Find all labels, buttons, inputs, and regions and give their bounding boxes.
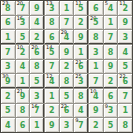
cell-digit: 3 [20,19,26,27]
cell-digit: 6 [93,4,99,12]
cell-digit: 4 [78,107,84,115]
cell-r1c1[interactable]: 238 [1,1,15,15]
cell-r9c8[interactable]: 5 [104,118,118,132]
cell-r1c5[interactable]: 1 [60,1,74,15]
cell-r6c2[interactable]: 1 [16,74,30,88]
cell-r3c9[interactable]: 3 [118,30,132,44]
cell-digit: 5 [122,63,128,71]
cell-r3c4[interactable]: 6 [45,30,59,44]
cell-digit: 8 [108,48,114,56]
cell-digit: 9 [122,19,128,27]
cell-digit: 7 [64,19,70,27]
cell-r7c3[interactable]: 3 [30,89,44,103]
cell-r9c3[interactable]: 1 [30,118,44,132]
cell-r3c5[interactable]: 294 [60,30,74,44]
cell-r6c7[interactable]: 7 [89,74,103,88]
cell-digit: 2 [34,33,40,41]
cell-r9c6[interactable]: 97 [74,118,88,132]
cell-r1c8[interactable]: 54 [104,1,118,15]
cell-digit: 1 [64,4,70,12]
cell-r4c6[interactable]: 1 [74,45,88,59]
cell-r8c5[interactable]: 226 [60,104,74,118]
cell-digit: 4 [34,19,40,27]
cell-digit: 5 [78,4,84,12]
cell-digit: 7 [49,63,55,71]
cell-r9c5[interactable]: 3 [60,118,74,132]
cell-r3c2[interactable]: 5 [16,30,30,44]
cell-digit: 5 [5,107,11,115]
cell-digit: 4 [20,63,26,71]
cell-digit: 7 [93,77,99,85]
cell-r6c9[interactable]: 226 [118,74,132,88]
cell-r5c9[interactable]: 5 [118,60,132,74]
cell-r8c1[interactable]: 5 [1,104,15,118]
cell-r4c3[interactable]: 206 [30,45,44,59]
cell-r6c6[interactable]: 253 [74,74,88,88]
cell-digit: 7 [5,48,11,56]
cell-r8c7[interactable]: 9 [89,104,103,118]
cell-r3c6[interactable]: 9 [74,30,88,44]
cell-digit: 1 [20,77,26,85]
cell-r7c5[interactable]: 5 [60,89,74,103]
cell-r4c9[interactable]: 4 [118,45,132,59]
cell-digit: 1 [5,33,11,41]
cell-r6c1[interactable]: 309 [1,74,15,88]
cell-digit: 6 [122,77,128,85]
cell-r2c3[interactable]: 4 [30,16,44,30]
cell-digit: 5 [64,92,70,100]
cell-digit: 3 [5,63,11,71]
cell-digit: 5 [34,77,40,85]
cell-r8c4[interactable]: 2 [45,104,59,118]
cell-r5c8[interactable]: 9 [104,60,118,74]
cell-digit: 7 [34,107,40,115]
cell-digit: 8 [5,4,11,12]
cell-r5c6[interactable]: 216 [74,60,88,74]
cell-r4c1[interactable]: 7 [1,45,15,59]
cell-digit: 5 [93,19,99,27]
cell-digit: 6 [5,19,11,27]
cell-digit: 6 [34,48,40,56]
cell-digit: 7 [122,92,128,100]
cell-digit: 8 [49,19,55,27]
cell-digit: 9 [108,63,114,71]
cell-r6c5[interactable]: 8 [60,74,74,88]
cell-digit: 7 [20,4,26,12]
cell-r7c2[interactable]: 219 [16,89,30,103]
cell-digit: 1 [78,48,84,56]
cell-r2c1[interactable]: 6 [1,16,15,30]
cell-digit: 9 [34,4,40,12]
cell-r2c7[interactable]: 205 [89,16,103,30]
cell-r3c3[interactable]: 2 [30,30,44,44]
cell-r6c8[interactable]: 2 [104,74,118,88]
cell-digit: 6 [49,33,55,41]
cell-r5c3[interactable]: 8 [30,60,44,74]
cell-r2c4[interactable]: 8 [45,16,59,30]
cell-r4c5[interactable]: 9 [60,45,74,59]
cell-digit: 3 [108,107,114,115]
cell-digit: 1 [108,19,114,27]
cell-r9c4[interactable]: 9 [45,118,59,132]
cell-r8c3[interactable]: 167 [30,104,44,118]
cell-r2c2[interactable]: 163 [16,16,30,30]
cell-digit: 9 [78,33,84,41]
cell-digit: 6 [108,92,114,100]
cell-r1c9[interactable]: 112 [118,1,132,15]
cell-digit: 2 [49,107,55,115]
cell-digit: 2 [64,63,70,71]
cell-digit: 8 [93,33,99,41]
cell-digit: 9 [20,92,26,100]
cell-r7c4[interactable]: 1 [45,89,59,103]
cell-digit: 3 [34,92,40,100]
cell-r5c4[interactable]: 7 [45,60,59,74]
cell-r2c9[interactable]: 9 [118,16,132,30]
cell-digit: 8 [20,107,26,115]
cell-r7c8[interactable]: 6 [104,89,118,103]
cell-r8c6[interactable]: 4 [74,104,88,118]
cell-r6c3[interactable]: 5 [30,74,44,88]
cell-digit: 9 [93,107,99,115]
cell-r2c8[interactable]: 1 [104,16,118,30]
cell-r9c2[interactable]: 6 [16,118,30,132]
cell-digit: 6 [20,122,26,130]
cell-digit: 3 [64,122,70,130]
cell-digit: 1 [122,107,128,115]
cell-r5c1[interactable]: 3 [1,60,15,74]
cell-r5c5[interactable]: 2 [60,60,74,74]
killer-sudoku-board: 2382079133111565411261634872205191526294… [0,0,133,133]
cell-digit: 2 [93,122,99,130]
cell-r7c1[interactable]: 2 [1,89,15,103]
cell-r1c7[interactable]: 6 [89,1,103,15]
cell-digit: 2 [20,48,26,56]
cell-digit: 1 [49,92,55,100]
cell-r3c1[interactable]: 1 [1,30,15,44]
cell-digit: 5 [108,122,114,130]
cell-digit: 2 [122,4,128,12]
cell-digit: 8 [34,63,40,71]
cell-r4c8[interactable]: 8 [104,45,118,59]
cell-r7c9[interactable]: 7 [118,89,132,103]
cell-digit: 8 [64,77,70,85]
cell-digit: 4 [49,77,55,85]
cell-r2c5[interactable]: 7 [60,16,74,30]
cell-r7c6[interactable]: 8 [74,89,88,103]
cell-digit: 3 [93,48,99,56]
cell-digit: 6 [64,107,70,115]
cell-r9c1[interactable]: 4 [1,118,15,132]
cell-digit: 4 [122,48,128,56]
cell-digit: 8 [78,92,84,100]
cell-digit: 5 [20,33,26,41]
cell-digit: 6 [78,63,84,71]
cell-digit: 2 [108,77,114,85]
cell-digit: 2 [5,92,11,100]
cell-r3c7[interactable]: 8 [89,30,103,44]
cell-r2c6[interactable]: 2 [74,16,88,30]
cell-r6c4[interactable]: 124 [45,74,59,88]
cell-digit: 4 [5,122,11,130]
cell-digit: 8 [122,122,128,130]
cell-r4c2[interactable]: 102 [16,45,30,59]
cell-digit: 9 [64,48,70,56]
cell-r4c7[interactable]: 3 [89,45,103,59]
cell-r8c9[interactable]: 1 [118,104,132,118]
cell-digit: 9 [49,122,55,130]
cell-r1c3[interactable]: 9 [30,1,44,15]
cell-r5c2[interactable]: 4 [16,60,30,74]
cell-r4c4[interactable]: 145 [45,45,59,59]
cell-r8c2[interactable]: 8 [16,104,30,118]
cell-r1c2[interactable]: 207 [16,1,30,15]
cell-r5c7[interactable]: 1 [89,60,103,74]
cell-digit: 4 [93,92,99,100]
cell-digit: 3 [122,33,128,41]
cell-digit: 7 [78,122,84,130]
cell-r7c7[interactable]: 104 [89,89,103,103]
cell-digit: 4 [108,4,114,12]
cell-digit: 2 [78,19,84,27]
cell-r1c6[interactable]: 115 [74,1,88,15]
cell-r1c4[interactable]: 133 [45,1,59,15]
cell-digit: 3 [78,77,84,85]
cell-r9c9[interactable]: 8 [118,118,132,132]
cell-r8c8[interactable]: 93 [104,104,118,118]
cell-digit: 7 [108,33,114,41]
cell-r3c8[interactable]: 7 [104,30,118,44]
cell-digit: 1 [93,63,99,71]
cell-digit: 5 [49,48,55,56]
cell-digit: 3 [49,4,55,12]
cell-digit: 9 [5,77,11,85]
cell-digit: 4 [64,33,70,41]
cell-digit: 1 [34,122,40,130]
cell-r9c7[interactable]: 2 [89,118,103,132]
